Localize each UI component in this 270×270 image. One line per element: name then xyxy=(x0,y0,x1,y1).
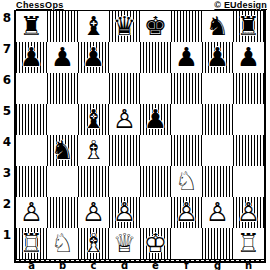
square-c4[interactable]: ♝♗ xyxy=(78,135,109,166)
pawn-glyph-outline: ♙ xyxy=(109,104,140,135)
file-labels: abcdefgh xyxy=(16,262,264,270)
square-h5[interactable] xyxy=(233,104,264,135)
file-label-e: e xyxy=(140,262,171,270)
bishop-glyph-outline: ♗ xyxy=(78,135,109,166)
square-b3[interactable] xyxy=(47,166,78,197)
square-g1[interactable] xyxy=(202,228,233,259)
square-e6[interactable] xyxy=(140,73,171,104)
square-h3[interactable] xyxy=(233,166,264,197)
chess-board[interactable]: ♜♝♛♚♞♜♟♟♟♟♟♟♝♟♙♟♞♝♗♞♘♟♙♟♙♟♙♟♙♟♙♟♙♜♖♞♘♝♗♛… xyxy=(14,10,266,263)
file-label-f: f xyxy=(171,262,202,270)
file-label-g: g xyxy=(202,262,233,270)
square-e3[interactable] xyxy=(140,166,171,197)
square-a4[interactable] xyxy=(16,135,47,166)
square-a7[interactable]: ♟ xyxy=(16,42,47,73)
square-c2[interactable]: ♟♙ xyxy=(78,197,109,228)
square-d6[interactable] xyxy=(109,73,140,104)
square-f7[interactable]: ♟ xyxy=(171,42,202,73)
pawn-glyph: ♟ xyxy=(140,104,171,135)
rook-glyph-outline: ♖ xyxy=(16,228,47,259)
square-g4[interactable] xyxy=(202,135,233,166)
square-f4[interactable] xyxy=(171,135,202,166)
rook-glyph-outline: ♖ xyxy=(233,228,264,259)
square-b5[interactable] xyxy=(47,104,78,135)
queen-glyph: ♛ xyxy=(109,11,140,42)
file-label-a: a xyxy=(16,262,47,270)
rank-label-3: 3 xyxy=(0,166,14,197)
rook-glyph: ♜ xyxy=(233,11,264,42)
square-d7[interactable] xyxy=(109,42,140,73)
square-c5[interactable]: ♝ xyxy=(78,104,109,135)
square-h1[interactable]: ♜♖ xyxy=(233,228,264,259)
bishop-glyph-outline: ♗ xyxy=(78,228,109,259)
square-g6[interactable] xyxy=(202,73,233,104)
square-f6[interactable] xyxy=(171,73,202,104)
pawn-glyph-outline: ♙ xyxy=(109,197,140,228)
square-e2[interactable] xyxy=(140,197,171,228)
pawn-glyph-outline: ♙ xyxy=(233,197,264,228)
square-g2[interactable]: ♟♙ xyxy=(202,197,233,228)
square-h8[interactable]: ♜ xyxy=(233,11,264,42)
square-d8[interactable]: ♛ xyxy=(109,11,140,42)
square-d1[interactable]: ♛♕ xyxy=(109,228,140,259)
knight-glyph: ♞ xyxy=(47,135,78,166)
knight-glyph: ♞ xyxy=(202,11,233,42)
pawn-glyph: ♟ xyxy=(202,42,233,73)
rank-label-2: 2 xyxy=(0,197,14,228)
rank-label-5: 5 xyxy=(0,104,14,135)
square-a1[interactable]: ♜♖ xyxy=(16,228,47,259)
credit-link[interactable]: © EUdesign xyxy=(214,0,267,10)
square-a8[interactable]: ♜ xyxy=(16,11,47,42)
square-e7[interactable] xyxy=(140,42,171,73)
pawn-glyph-outline: ♙ xyxy=(171,197,202,228)
square-a3[interactable] xyxy=(16,166,47,197)
rank-label-7: 7 xyxy=(0,42,14,73)
square-f8[interactable] xyxy=(171,11,202,42)
square-h7[interactable]: ♟ xyxy=(233,42,264,73)
rank-labels: 87654321 xyxy=(0,11,14,259)
square-e1[interactable]: ♚♔ xyxy=(140,228,171,259)
rank-label-4: 4 xyxy=(0,135,14,166)
pawn-glyph-outline: ♙ xyxy=(78,197,109,228)
square-c8[interactable]: ♝ xyxy=(78,11,109,42)
square-e8[interactable]: ♚ xyxy=(140,11,171,42)
square-a6[interactable] xyxy=(16,73,47,104)
bishop-glyph: ♝ xyxy=(78,104,109,135)
square-b7[interactable]: ♟ xyxy=(47,42,78,73)
square-d4[interactable] xyxy=(109,135,140,166)
file-label-d: d xyxy=(109,262,140,270)
square-b2[interactable] xyxy=(47,197,78,228)
square-d2[interactable]: ♟♙ xyxy=(109,197,140,228)
king-glyph: ♚ xyxy=(140,11,171,42)
square-f2[interactable]: ♟♙ xyxy=(171,197,202,228)
file-label-h: h xyxy=(233,262,264,270)
pawn-glyph: ♟ xyxy=(47,42,78,73)
square-g3[interactable] xyxy=(202,166,233,197)
square-g5[interactable] xyxy=(202,104,233,135)
square-c3[interactable] xyxy=(78,166,109,197)
queen-glyph-outline: ♕ xyxy=(109,228,140,259)
square-f1[interactable] xyxy=(171,228,202,259)
pawn-glyph: ♟ xyxy=(233,42,264,73)
square-e4[interactable] xyxy=(140,135,171,166)
square-b4[interactable]: ♞ xyxy=(47,135,78,166)
square-h2[interactable]: ♟♙ xyxy=(233,197,264,228)
square-h4[interactable] xyxy=(233,135,264,166)
file-label-c: c xyxy=(78,262,109,270)
rook-glyph: ♜ xyxy=(16,11,47,42)
pawn-glyph-outline: ♙ xyxy=(16,197,47,228)
knight-glyph-outline: ♘ xyxy=(171,166,202,197)
square-f3[interactable]: ♞♘ xyxy=(171,166,202,197)
square-a5[interactable] xyxy=(16,104,47,135)
square-e5[interactable]: ♟ xyxy=(140,104,171,135)
square-b1[interactable]: ♞♘ xyxy=(47,228,78,259)
square-b8[interactable] xyxy=(47,11,78,42)
board-bottom-border-dots xyxy=(16,260,264,261)
pawn-glyph: ♟ xyxy=(78,42,109,73)
pawn-glyph: ♟ xyxy=(171,42,202,73)
square-g7[interactable]: ♟ xyxy=(202,42,233,73)
square-g8[interactable]: ♞ xyxy=(202,11,233,42)
app-title-link[interactable]: ChessOps xyxy=(16,0,64,10)
square-c6[interactable] xyxy=(78,73,109,104)
square-f5[interactable] xyxy=(171,104,202,135)
king-glyph-outline: ♔ xyxy=(140,228,171,259)
square-h6[interactable] xyxy=(233,73,264,104)
square-d3[interactable] xyxy=(109,166,140,197)
rank-label-8: 8 xyxy=(0,11,14,42)
knight-glyph-outline: ♘ xyxy=(47,228,78,259)
square-c7[interactable]: ♟ xyxy=(78,42,109,73)
rank-label-6: 6 xyxy=(0,73,14,104)
square-c1[interactable]: ♝♗ xyxy=(78,228,109,259)
pawn-glyph: ♟ xyxy=(16,42,47,73)
square-d5[interactable]: ♟♙ xyxy=(109,104,140,135)
rank-label-1: 1 xyxy=(0,228,14,259)
header-bar: ChessOps © EUdesign xyxy=(0,0,270,10)
pawn-glyph-outline: ♙ xyxy=(202,197,233,228)
square-a2[interactable]: ♟♙ xyxy=(16,197,47,228)
file-label-b: b xyxy=(47,262,78,270)
bishop-glyph: ♝ xyxy=(78,11,109,42)
square-b6[interactable] xyxy=(47,73,78,104)
